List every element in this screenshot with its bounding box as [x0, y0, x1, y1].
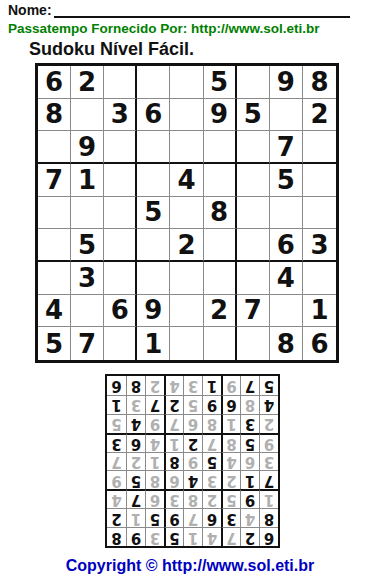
- sudoku-cell: 3: [303, 229, 336, 262]
- sudoku-cell: [104, 197, 137, 230]
- sudoku-cell: [71, 295, 104, 328]
- solution-cell: 4: [126, 414, 145, 433]
- solution-cell: 4: [164, 376, 183, 395]
- solution-cell: 8: [240, 395, 259, 414]
- sudoku-cell: [204, 327, 237, 360]
- sudoku-cell: 7: [237, 295, 270, 328]
- solution-cell: 6: [221, 395, 240, 414]
- solution-cell: 9: [221, 376, 240, 395]
- sudoku-cell: 5: [38, 327, 71, 360]
- sudoku-cell: 5: [71, 229, 104, 262]
- solution-cell: 3: [183, 376, 202, 395]
- solution-cell: 1: [221, 414, 240, 433]
- sudoku-cell: [38, 229, 71, 262]
- sudoku-cell: [104, 131, 137, 164]
- solution-cell: 6: [107, 376, 126, 395]
- sudoku-cell: 8: [270, 327, 303, 360]
- solution-cell: 1: [107, 395, 126, 414]
- sudoku-cell: [71, 99, 104, 132]
- solution-cell: 5: [164, 527, 183, 546]
- sudoku-cell: 3: [71, 262, 104, 295]
- sudoku-cell: 2: [204, 295, 237, 328]
- solution-cell: 8: [221, 433, 240, 452]
- sudoku-cell: 2: [303, 99, 336, 132]
- sudoku-cell: [170, 99, 203, 132]
- sudoku-cell: [104, 262, 137, 295]
- solution-cell: 6: [259, 527, 278, 546]
- solution-cell: 9: [164, 508, 183, 527]
- sudoku-cell: 5: [204, 66, 237, 99]
- sudoku-cell: [170, 295, 203, 328]
- solution-cell: 8: [202, 414, 221, 433]
- solution-cell: 5: [145, 508, 164, 527]
- sudoku-cell: 5: [237, 99, 270, 132]
- sudoku-cell: [204, 229, 237, 262]
- solution-cell: 6: [202, 508, 221, 527]
- sudoku-cell: 9: [71, 131, 104, 164]
- solution-cell: 9: [107, 470, 126, 489]
- solution-cell: 2: [126, 452, 145, 471]
- sudoku-cell: 4: [38, 295, 71, 328]
- sudoku-cell: 5: [137, 197, 170, 230]
- solution-cell: 1: [183, 527, 202, 546]
- sudoku-cell: 6: [104, 295, 137, 328]
- solution-cell: 5: [259, 376, 278, 395]
- solution-cell: 9: [202, 395, 221, 414]
- solution-cell: 4: [240, 508, 259, 527]
- solution-cell: 4: [145, 433, 164, 452]
- solution-cell: 7: [202, 433, 221, 452]
- sudoku-puzzle-grid: 625988369529771455852633446927157186: [35, 63, 339, 363]
- sudoku-cell: [237, 131, 270, 164]
- sudoku-cell: [38, 197, 71, 230]
- solution-cell: 2: [183, 433, 202, 452]
- name-label: Nome:: [8, 2, 52, 18]
- sudoku-cell: 6: [137, 99, 170, 132]
- solution-cell: 4: [202, 527, 221, 546]
- solution-cell: 6: [240, 452, 259, 471]
- sudoku-cell: [170, 262, 203, 295]
- solution-cell: 3: [240, 414, 259, 433]
- name-row: Nome:: [8, 2, 350, 18]
- sudoku-cell: 7: [38, 164, 71, 197]
- solution-cell: 5: [202, 452, 221, 471]
- sudoku-cell: 3: [104, 99, 137, 132]
- sudoku-solution-grid-rotated: 6274153988436795121952836747123468593645…: [105, 374, 280, 548]
- sudoku-cell: [270, 197, 303, 230]
- solution-cell: 7: [221, 527, 240, 546]
- solution-cell: 7: [107, 452, 126, 471]
- solution-cell: 3: [164, 489, 183, 508]
- solution-cell: 3: [145, 527, 164, 546]
- solution-cell: 7: [259, 470, 278, 489]
- solution-cell: 1: [259, 489, 278, 508]
- sudoku-cell: 6: [270, 229, 303, 262]
- sudoku-cell: [170, 197, 203, 230]
- solution-cell: 4: [107, 489, 126, 508]
- solution-cell: 2: [145, 376, 164, 395]
- sudoku-worksheet-page: Nome: Passatempo Fornecido Por: http://w…: [0, 0, 380, 585]
- solution-cell: 5: [221, 489, 240, 508]
- sudoku-cell: [170, 131, 203, 164]
- sudoku-cell: [104, 164, 137, 197]
- solution-cell: 2: [164, 395, 183, 414]
- sudoku-cell: [71, 197, 104, 230]
- solution-cell: 7: [145, 395, 164, 414]
- solution-cell: 6: [164, 470, 183, 489]
- solution-cell: 8: [107, 527, 126, 546]
- solution-cell: 9: [240, 489, 259, 508]
- solution-cell: 6: [145, 489, 164, 508]
- solution-cell: 1: [164, 433, 183, 452]
- sudoku-cell: 4: [270, 262, 303, 295]
- provider-line: Passatempo Fornecido Por: http://www.sol…: [8, 21, 320, 36]
- solution-cell: 8: [145, 470, 164, 489]
- solution-cell: 7: [240, 376, 259, 395]
- solution-cell: 8: [183, 489, 202, 508]
- sudoku-cell: [104, 229, 137, 262]
- sudoku-cell: 7: [71, 327, 104, 360]
- solution-cell: 2: [240, 527, 259, 546]
- sudoku-cell: [137, 262, 170, 295]
- sudoku-cell: 2: [71, 66, 104, 99]
- sudoku-cell: [38, 131, 71, 164]
- solution-cell: 9: [145, 414, 164, 433]
- sudoku-cell: 1: [303, 295, 336, 328]
- sudoku-cell: [104, 327, 137, 360]
- sudoku-cell: [170, 327, 203, 360]
- solution-cell: 2: [202, 489, 221, 508]
- sudoku-cell: 9: [204, 99, 237, 132]
- solution-cell: 4: [259, 395, 278, 414]
- sudoku-cell: 1: [71, 164, 104, 197]
- solution-cell: 4: [183, 470, 202, 489]
- sudoku-cell: 8: [303, 66, 336, 99]
- copyright-line: Copyright © http://www.sol.eti.br: [0, 557, 380, 575]
- solution-cell: 9: [183, 452, 202, 471]
- sudoku-cell: [303, 164, 336, 197]
- sudoku-cell: [204, 164, 237, 197]
- sudoku-cell: [237, 66, 270, 99]
- sudoku-cell: 7: [270, 131, 303, 164]
- solution-cell: 8: [164, 452, 183, 471]
- solution-cell: 1: [145, 452, 164, 471]
- sudoku-cell: [137, 229, 170, 262]
- solution-cell: 1: [240, 470, 259, 489]
- solution-cell: 5: [107, 414, 126, 433]
- solution-cell: 3: [126, 395, 145, 414]
- sudoku-cell: [303, 197, 336, 230]
- sudoku-cell: 9: [137, 295, 170, 328]
- solution-cell: 4: [221, 452, 240, 471]
- sudoku-cell: 8: [38, 99, 71, 132]
- sudoku-cell: [303, 262, 336, 295]
- solution-cell: 1: [126, 508, 145, 527]
- name-blank-line: [54, 2, 350, 18]
- sudoku-cell: 1: [137, 327, 170, 360]
- sudoku-cell: 9: [270, 66, 303, 99]
- solution-cell: 3: [107, 433, 126, 452]
- solution-cell: 3: [259, 452, 278, 471]
- sudoku-cell: [270, 99, 303, 132]
- sudoku-cell: [270, 295, 303, 328]
- sudoku-cell: 8: [204, 197, 237, 230]
- sudoku-cell: [237, 197, 270, 230]
- solution-cell: 8: [126, 376, 145, 395]
- sudoku-cell: 6: [303, 327, 336, 360]
- sudoku-cell: 6: [38, 66, 71, 99]
- solution-cell: 9: [259, 433, 278, 452]
- sudoku-cell: [237, 229, 270, 262]
- solution-cell: 5: [183, 395, 202, 414]
- solution-cell: 5: [240, 433, 259, 452]
- solution-cell: 3: [221, 508, 240, 527]
- solution-cell: 5: [126, 470, 145, 489]
- sudoku-cell: [303, 131, 336, 164]
- sudoku-cell: [104, 66, 137, 99]
- sudoku-cell: [137, 131, 170, 164]
- sudoku-cell: [237, 327, 270, 360]
- solution-cell: 3: [202, 470, 221, 489]
- sudoku-cell: [137, 164, 170, 197]
- solution-cell: 8: [259, 508, 278, 527]
- sudoku-cell: [204, 262, 237, 295]
- sudoku-cell: [38, 262, 71, 295]
- sudoku-cell: [237, 164, 270, 197]
- solution-cell: 9: [126, 527, 145, 546]
- sudoku-cell: 2: [170, 229, 203, 262]
- solution-cell: 7: [183, 508, 202, 527]
- solution-cell: 6: [126, 433, 145, 452]
- solution-cell: 7: [164, 414, 183, 433]
- solution-cell: 2: [107, 508, 126, 527]
- page-title: Sudoku Nível Fácil.: [29, 39, 194, 60]
- sudoku-cell: [237, 262, 270, 295]
- solution-cell: 6: [183, 414, 202, 433]
- solution-cell: 1: [202, 376, 221, 395]
- solution-cell: 2: [221, 470, 240, 489]
- sudoku-cell: 4: [170, 164, 203, 197]
- sudoku-cell: 5: [270, 164, 303, 197]
- solution-cell: 2: [259, 414, 278, 433]
- solution-cell: 7: [126, 489, 145, 508]
- sudoku-cell: [204, 131, 237, 164]
- sudoku-cell: [170, 66, 203, 99]
- sudoku-cell: [137, 66, 170, 99]
